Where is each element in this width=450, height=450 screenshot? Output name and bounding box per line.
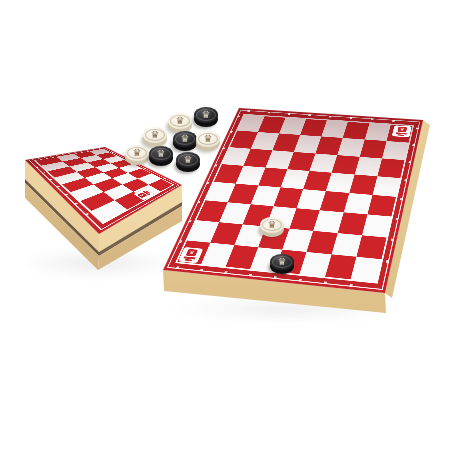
board-square bbox=[382, 141, 409, 160]
piece-top: ♛ bbox=[149, 146, 173, 162]
piece-top: ♛ bbox=[196, 131, 220, 147]
checker-piece-black: ♛ bbox=[194, 107, 218, 127]
checker-piece-white: ♛ bbox=[196, 131, 220, 151]
checker-piece-white: ♛ bbox=[260, 217, 284, 237]
crown-icon: ♛ bbox=[204, 134, 213, 144]
brand-logo: ♛ bbox=[392, 125, 412, 137]
checker-piece-black: ♛ bbox=[173, 131, 197, 151]
checker-piece-white: ♛ bbox=[125, 145, 149, 165]
crown-icon: ♛ bbox=[133, 148, 142, 158]
board-square bbox=[367, 195, 396, 217]
crown-icon: ♛ bbox=[176, 116, 185, 126]
brand-emblem-icon: ♛ bbox=[186, 249, 198, 257]
crown-icon: ♛ bbox=[268, 220, 277, 230]
checker-piece-black: ♛ bbox=[176, 152, 200, 172]
piece-top: ♛ bbox=[194, 107, 218, 123]
checker-piece-black: ♛ bbox=[149, 146, 173, 166]
board-square bbox=[372, 176, 400, 197]
product-photo-scene: ♛ ♛ ♛ ♛♛♛♛♛♛♛♛♛♛ bbox=[0, 0, 450, 450]
board-square bbox=[362, 215, 391, 238]
board-square bbox=[377, 158, 404, 178]
piece-top: ♛ bbox=[168, 113, 192, 129]
checker-piece-black: ♛ bbox=[270, 254, 294, 274]
checker-piece-white: ♛ bbox=[143, 127, 167, 147]
crown-icon: ♛ bbox=[157, 149, 166, 159]
piece-top: ♛ bbox=[173, 131, 197, 147]
piece-top: ♛ bbox=[125, 145, 149, 161]
crown-icon: ♛ bbox=[181, 134, 190, 144]
piece-top: ♛ bbox=[270, 254, 294, 270]
board-square bbox=[350, 257, 381, 282]
checker-piece-white: ♛ bbox=[168, 113, 192, 133]
crown-icon: ♛ bbox=[151, 130, 160, 140]
crown-icon: ♛ bbox=[184, 155, 193, 165]
piece-top: ♛ bbox=[176, 152, 200, 168]
board-square bbox=[356, 235, 386, 259]
brand-text-bar bbox=[185, 259, 193, 261]
crown-icon: ♛ bbox=[202, 110, 211, 120]
crown-icon: ♛ bbox=[278, 257, 287, 267]
piece-top: ♛ bbox=[143, 127, 167, 143]
brand-emblem-icon: ♛ bbox=[397, 127, 407, 133]
brand-text-bar bbox=[397, 134, 404, 136]
piece-top: ♛ bbox=[260, 217, 284, 233]
